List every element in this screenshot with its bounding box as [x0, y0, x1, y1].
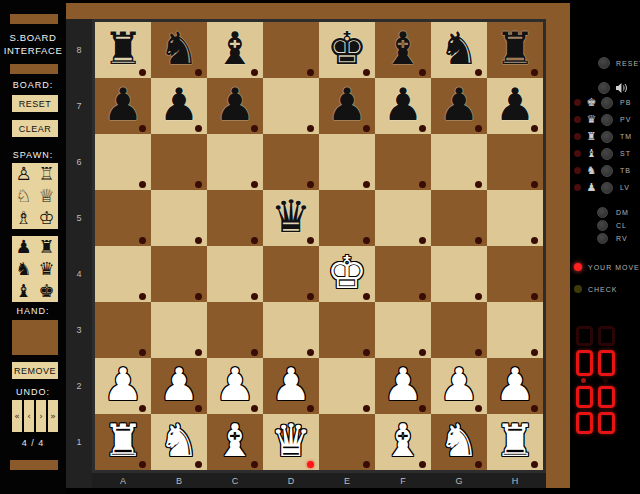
colon-dot-left: [581, 378, 586, 383]
sensor-dot: [419, 405, 426, 412]
undo-section-label: UNDO:: [0, 387, 66, 397]
square-g2[interactable]: ♟: [431, 358, 487, 414]
sensor-dot: [139, 237, 146, 244]
rank-label-6: 6: [66, 134, 92, 190]
sensor-dot: [251, 461, 258, 468]
app-title: S.BOARD INTERFACE: [0, 31, 66, 57]
square-h6[interactable]: [487, 134, 543, 190]
square-c3[interactable]: [207, 302, 263, 358]
display-row-2: [576, 350, 620, 376]
board-clear-button[interactable]: CLEAR: [12, 120, 58, 137]
pb-button[interactable]: [601, 97, 613, 109]
square-a8[interactable]: ♜: [95, 22, 151, 78]
st-led: [574, 150, 581, 157]
file-label-a: A: [95, 473, 151, 488]
square-c1[interactable]: ♝: [207, 414, 263, 470]
square-f5[interactable]: [375, 190, 431, 246]
square-a2[interactable]: ♟: [95, 358, 151, 414]
sensor-dot: [531, 349, 538, 356]
pv-label: PV: [620, 116, 631, 123]
tm-label: TM: [620, 133, 632, 140]
square-e1[interactable]: [319, 414, 375, 470]
square-h5[interactable]: [487, 190, 543, 246]
display-digit-0: [598, 326, 615, 346]
sensor-dot: [139, 181, 146, 188]
board-section-label: BOARD:: [0, 80, 66, 90]
colon-dot-right: [603, 378, 608, 383]
king-icon: ♚: [585, 97, 598, 108]
sensor-dot: [251, 69, 258, 76]
lv-label: LV: [620, 184, 630, 191]
seven-seg-display: [576, 326, 620, 438]
rank-label-7: 7: [66, 78, 92, 134]
square-e7[interactable]: ♟: [319, 78, 375, 134]
file-label-e: E: [319, 473, 375, 488]
file-label-f: F: [375, 473, 431, 488]
square-h3[interactable]: [487, 302, 543, 358]
display-colon: [581, 378, 620, 383]
panel-reset-button[interactable]: [598, 57, 610, 69]
cl-button[interactable]: [597, 220, 608, 231]
undo-controls: «‹›»: [12, 400, 58, 432]
sensor-dot: [475, 461, 482, 468]
accent-bar-top: [10, 14, 58, 24]
lv-led: [574, 184, 581, 191]
display-digit-0: [576, 326, 593, 346]
accent-bar-bottom: [10, 460, 58, 470]
sensor-dot: [251, 181, 258, 188]
spawn-white-rook[interactable]: ♖: [35, 163, 58, 185]
square-d6[interactable]: [263, 134, 319, 190]
display-digit-0: [576, 350, 593, 376]
sensor-dot: [531, 125, 538, 132]
pb-led: [574, 99, 581, 106]
file-label-h: H: [487, 473, 543, 488]
sensor-dot: [531, 293, 538, 300]
sensor-dot: [307, 69, 314, 76]
square-e5[interactable]: [319, 190, 375, 246]
square-f6[interactable]: [375, 134, 431, 190]
sensor-dot: [251, 349, 258, 356]
sensor-dot: [251, 237, 258, 244]
sensor-dot: [419, 69, 426, 76]
st-button[interactable]: [601, 148, 613, 160]
sensor-dot: [307, 349, 314, 356]
sensor-dot: [419, 461, 426, 468]
square-d3[interactable]: [263, 302, 319, 358]
tb-led: [574, 167, 581, 174]
display-row-3: [576, 386, 620, 408]
sensor-dot: [195, 293, 202, 300]
square-c8[interactable]: ♝: [207, 22, 263, 78]
sensor-dot: [475, 69, 482, 76]
sensor-dot: [251, 293, 258, 300]
lv-row: ♟LV: [574, 179, 638, 196]
square-d4[interactable]: [263, 246, 319, 302]
sensor-dot: [531, 69, 538, 76]
square-b4[interactable]: [151, 246, 207, 302]
tb-button[interactable]: [601, 165, 613, 177]
sensor-dot: [195, 349, 202, 356]
pb-row: ♚PB: [574, 94, 638, 111]
sensor-dot: [363, 181, 370, 188]
rook-icon: ♜: [585, 131, 598, 142]
sensor-dot: [307, 125, 314, 132]
queen-icon: ♛: [585, 114, 598, 125]
undo-start[interactable]: «: [12, 400, 22, 432]
sensor-dot: [363, 293, 370, 300]
square-a4[interactable]: [95, 246, 151, 302]
square-g5[interactable]: [431, 190, 487, 246]
square-g7[interactable]: ♟: [431, 78, 487, 134]
display-digit-0: [598, 386, 615, 408]
sensor-dot: [195, 181, 202, 188]
square-g1[interactable]: ♞: [431, 414, 487, 470]
sensor-dot: [363, 69, 370, 76]
sensor-dot: [419, 181, 426, 188]
rv-button[interactable]: [597, 233, 608, 244]
square-h4[interactable]: [487, 246, 543, 302]
rank-label-5: 5: [66, 190, 92, 246]
cl-label: CL: [616, 222, 627, 229]
spawn-section-label: SPAWN:: [0, 150, 66, 160]
spawn-black-pieces-tray: ♟♜♞♛♝♚: [12, 236, 58, 302]
pawn-icon: ♟: [585, 182, 598, 193]
square-d5[interactable]: ♛: [263, 190, 319, 246]
app-title-line2: INTERFACE: [0, 44, 66, 57]
hand-slot[interactable]: [12, 320, 58, 355]
rv-row: RV: [597, 232, 637, 245]
square-a5[interactable]: [95, 190, 151, 246]
square-a6[interactable]: [95, 134, 151, 190]
spawn-black-rook[interactable]: ♜: [35, 236, 58, 258]
square-g3[interactable]: [431, 302, 487, 358]
display-digit-0: [598, 412, 615, 434]
square-a7[interactable]: ♟: [95, 78, 151, 134]
spawn-black-knight[interactable]: ♞: [12, 258, 35, 280]
sensor-dot: [419, 293, 426, 300]
display-digit-0: [598, 350, 615, 376]
app-title-line1: S.BOARD: [0, 31, 66, 44]
board-frame-right: [546, 3, 570, 488]
sensor-dot: [531, 405, 538, 412]
st-label: ST: [620, 150, 631, 157]
pb-label: PB: [620, 99, 631, 106]
sensor-dot: [139, 405, 146, 412]
sensor-dot: [475, 405, 482, 412]
sensor-dot: [475, 181, 482, 188]
square-e8[interactable]: ♚: [319, 22, 375, 78]
knight-icon: ♞: [585, 165, 598, 176]
sensor-dot: [139, 69, 146, 76]
rank-label-2: 2: [66, 358, 92, 414]
sensor-dot: [475, 237, 482, 244]
square-h2[interactable]: ♟: [487, 358, 543, 414]
spawn-white-knight[interactable]: ♘: [12, 185, 35, 207]
sensor-dot: [363, 349, 370, 356]
status-panel: RESET ♚PB♛PV♜TM♝ST♞TB♟LV DMCLRV YOUR MOV…: [570, 0, 640, 494]
sensor-dot: [363, 461, 370, 468]
pv-button[interactable]: [601, 114, 613, 126]
display-digit-0: [576, 386, 593, 408]
square-b8[interactable]: ♞: [151, 22, 207, 78]
bishop-icon: ♝: [585, 148, 598, 159]
spawn-black-king[interactable]: ♚: [35, 280, 58, 302]
chess-computer-ui: S.BOARD INTERFACE BOARD: RESET CLEAR SPA…: [0, 0, 640, 494]
st-row: ♝ST: [574, 145, 638, 162]
sensor-dot: [307, 181, 314, 188]
sensor-dot: [475, 349, 482, 356]
check-led: [574, 285, 582, 293]
panel-reset-label: RESET: [616, 60, 640, 67]
square-d7[interactable]: [263, 78, 319, 134]
square-c6[interactable]: [207, 134, 263, 190]
square-a3[interactable]: [95, 302, 151, 358]
rank-label-1: 1: [66, 414, 92, 470]
spawn-black-bishop[interactable]: ♝: [12, 280, 35, 302]
square-b5[interactable]: [151, 190, 207, 246]
spawn-white-pieces-tray: ♙♖♘♕♗♔: [12, 163, 58, 229]
sensor-dot: [475, 125, 482, 132]
sensor-dot: [139, 461, 146, 468]
spawn-white-bishop[interactable]: ♗: [12, 207, 35, 229]
square-g8[interactable]: ♞: [431, 22, 487, 78]
accent-bar-second: [10, 64, 58, 74]
control-sidebar: S.BOARD INTERFACE BOARD: RESET CLEAR SPA…: [0, 0, 66, 494]
square-c5[interactable]: [207, 190, 263, 246]
sensor-dot: [531, 181, 538, 188]
spawn-white-queen[interactable]: ♕: [35, 185, 58, 207]
active-sensor-dot: [307, 461, 314, 468]
square-g6[interactable]: [431, 134, 487, 190]
undo-end[interactable]: »: [48, 400, 58, 432]
hand-section-label: HAND:: [0, 306, 66, 316]
square-g4[interactable]: [431, 246, 487, 302]
file-label-c: C: [207, 473, 263, 488]
sensor-dot: [419, 125, 426, 132]
spawn-black-pawn[interactable]: ♟: [12, 236, 35, 258]
square-f3[interactable]: [375, 302, 431, 358]
sensor-dot: [363, 125, 370, 132]
sensor-dot: [251, 125, 258, 132]
square-b7[interactable]: ♟: [151, 78, 207, 134]
piece-indicator-rows: ♚PB♛PV♜TM♝ST♞TB♟LV: [574, 94, 638, 196]
dm-label: DM: [616, 209, 629, 216]
sensor-dot: [307, 237, 314, 244]
square-h8[interactable]: ♜: [487, 22, 543, 78]
square-b2[interactable]: ♟: [151, 358, 207, 414]
square-c2[interactable]: ♟: [207, 358, 263, 414]
undo-forward[interactable]: ›: [36, 400, 46, 432]
sound-button[interactable]: [598, 82, 610, 94]
your-move-led: [574, 263, 582, 271]
chess-board-grid: ♜♞♝♚♝♞♜♟♟♟♟♟♟♟♛♚♟♟♟♟♟♟♟♜♞♝♛♝♞♜: [92, 19, 546, 473]
spawn-black-queen[interactable]: ♛: [35, 258, 58, 280]
square-c7[interactable]: ♟: [207, 78, 263, 134]
rank-label-8: 8: [66, 22, 92, 78]
sensor-dot: [307, 405, 314, 412]
tb-label: TB: [620, 167, 631, 174]
tm-led: [574, 133, 581, 140]
sensor-dot: [531, 237, 538, 244]
sensor-dot: [139, 125, 146, 132]
spawn-white-king[interactable]: ♔: [35, 207, 58, 229]
square-e6[interactable]: [319, 134, 375, 190]
sensor-dot: [139, 293, 146, 300]
sensor-dot: [195, 461, 202, 468]
board-reset-button[interactable]: RESET: [12, 95, 58, 112]
square-f7[interactable]: ♟: [375, 78, 431, 134]
cl-row: CL: [597, 219, 637, 232]
pv-row: ♛PV: [574, 111, 638, 128]
square-e4[interactable]: ♚: [319, 246, 375, 302]
file-label-g: G: [431, 473, 487, 488]
sensor-dot: [195, 125, 202, 132]
square-b6[interactable]: [151, 134, 207, 190]
sensor-dot: [419, 349, 426, 356]
file-label-d: D: [263, 473, 319, 488]
sensor-dot: [363, 237, 370, 244]
lv-button[interactable]: [601, 182, 613, 194]
board-area: 87654321 ♜♞♝♚♝♞♜♟♟♟♟♟♟♟♛♚♟♟♟♟♟♟♟♜♞♝♛♝♞♜ …: [66, 0, 570, 494]
square-f2[interactable]: ♟: [375, 358, 431, 414]
square-d8[interactable]: [263, 22, 319, 78]
display-digit-0: [576, 412, 593, 434]
spawn-white-pawn[interactable]: ♙: [12, 163, 35, 185]
square-h1[interactable]: ♜: [487, 414, 543, 470]
tb-row: ♞TB: [574, 162, 638, 179]
square-f4[interactable]: [375, 246, 431, 302]
your-move-label: YOUR MOVE: [588, 264, 640, 271]
extra-button-rows: DMCLRV: [597, 206, 637, 245]
square-b3[interactable]: [151, 302, 207, 358]
square-f8[interactable]: ♝: [375, 22, 431, 78]
square-h7[interactable]: ♟: [487, 78, 543, 134]
sensor-dot: [195, 237, 202, 244]
pv-led: [574, 116, 581, 123]
square-f1[interactable]: ♝: [375, 414, 431, 470]
display-row-1: [576, 326, 620, 346]
dm-row: DM: [597, 206, 637, 219]
board-frame-top: [66, 3, 570, 19]
rank-label-4: 4: [66, 246, 92, 302]
sensor-dot: [307, 293, 314, 300]
square-e3[interactable]: [319, 302, 375, 358]
sensor-dot: [195, 405, 202, 412]
sensor-dot: [139, 349, 146, 356]
tm-button[interactable]: [601, 131, 613, 143]
sensor-dot: [531, 461, 538, 468]
check-label: CHECK: [588, 286, 618, 293]
square-d1[interactable]: ♛: [263, 414, 319, 470]
sensor-dot: [363, 405, 370, 412]
sensor-dot: [251, 405, 258, 412]
remove-button[interactable]: REMOVE: [12, 362, 58, 379]
sensor-dot: [419, 237, 426, 244]
file-labels: ABCDEFGH: [95, 473, 543, 488]
undo-back[interactable]: ‹: [24, 400, 34, 432]
square-d2[interactable]: ♟: [263, 358, 319, 414]
display-row-4: [576, 412, 620, 434]
dm-button[interactable]: [597, 207, 608, 218]
sensor-dot: [475, 293, 482, 300]
undo-counter: 4 / 4: [0, 438, 66, 448]
sensor-dot: [195, 69, 202, 76]
square-b1[interactable]: ♞: [151, 414, 207, 470]
square-a1[interactable]: ♜: [95, 414, 151, 470]
square-e2[interactable]: [319, 358, 375, 414]
rank-label-3: 3: [66, 302, 92, 358]
rank-labels: 87654321: [66, 22, 92, 470]
rv-label: RV: [616, 235, 628, 242]
tm-row: ♜TM: [574, 128, 638, 145]
square-c4[interactable]: [207, 246, 263, 302]
file-label-b: B: [151, 473, 207, 488]
